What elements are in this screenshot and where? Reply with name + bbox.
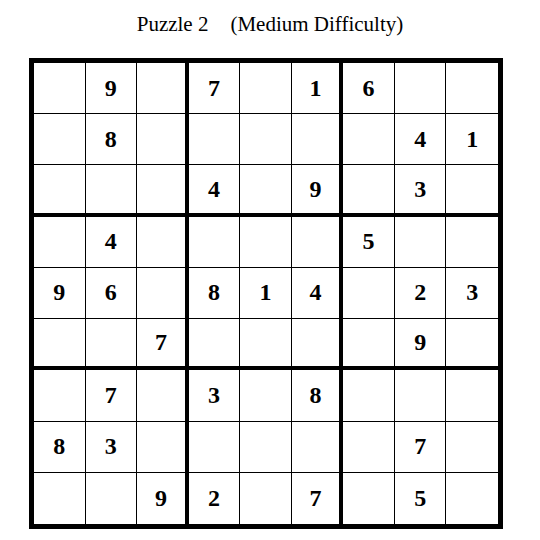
cell-r5c9[interactable]: 3 xyxy=(446,268,498,319)
cell-r1c3[interactable] xyxy=(137,63,189,114)
cell-r2c3[interactable] xyxy=(137,114,189,165)
cell-r6c8[interactable]: 9 xyxy=(395,319,447,370)
cell-r3c2[interactable] xyxy=(86,165,138,216)
cell-r2c8[interactable]: 4 xyxy=(395,114,447,165)
cell-r7c4[interactable]: 3 xyxy=(189,370,241,421)
cell-r6c6[interactable] xyxy=(292,319,344,370)
cell-r7c7[interactable] xyxy=(343,370,395,421)
cell-r8c5[interactable] xyxy=(240,422,292,473)
cell-r2c4[interactable] xyxy=(189,114,241,165)
cell-r6c2[interactable] xyxy=(86,319,138,370)
cell-r8c2[interactable]: 3 xyxy=(86,422,138,473)
cell-r6c3[interactable]: 7 xyxy=(137,319,189,370)
puzzle-number-label: Puzzle 2 xyxy=(137,12,209,36)
cell-r7c6[interactable]: 8 xyxy=(292,370,344,421)
cell-r9c9[interactable] xyxy=(446,473,498,524)
cell-r9c6[interactable]: 7 xyxy=(292,473,344,524)
cell-r8c1[interactable]: 8 xyxy=(34,422,86,473)
cell-r7c3[interactable] xyxy=(137,370,189,421)
cell-r3c7[interactable] xyxy=(343,165,395,216)
cell-r5c2[interactable]: 6 xyxy=(86,268,138,319)
cell-r8c4[interactable] xyxy=(189,422,241,473)
cell-r1c9[interactable] xyxy=(446,63,498,114)
cell-r9c1[interactable] xyxy=(34,473,86,524)
cell-r5c3[interactable] xyxy=(137,268,189,319)
cell-r5c1[interactable]: 9 xyxy=(34,268,86,319)
cell-r8c3[interactable] xyxy=(137,422,189,473)
cell-r7c9[interactable] xyxy=(446,370,498,421)
cell-r8c6[interactable] xyxy=(292,422,344,473)
cell-r4c6[interactable] xyxy=(292,217,344,268)
cell-r7c1[interactable] xyxy=(34,370,86,421)
cell-r4c9[interactable] xyxy=(446,217,498,268)
cell-r3c5[interactable] xyxy=(240,165,292,216)
cell-r9c5[interactable] xyxy=(240,473,292,524)
cell-r9c8[interactable]: 5 xyxy=(395,473,447,524)
cell-r2c9[interactable]: 1 xyxy=(446,114,498,165)
cell-r6c7[interactable] xyxy=(343,319,395,370)
cell-r9c2[interactable] xyxy=(86,473,138,524)
cell-r6c1[interactable] xyxy=(34,319,86,370)
cell-r2c7[interactable] xyxy=(343,114,395,165)
cell-r3c4[interactable]: 4 xyxy=(189,165,241,216)
cell-r3c8[interactable]: 3 xyxy=(395,165,447,216)
cell-r1c7[interactable]: 6 xyxy=(343,63,395,114)
cell-r1c1[interactable] xyxy=(34,63,86,114)
cell-r4c2[interactable]: 4 xyxy=(86,217,138,268)
cell-r2c5[interactable] xyxy=(240,114,292,165)
cell-r1c2[interactable]: 9 xyxy=(86,63,138,114)
cell-r3c9[interactable] xyxy=(446,165,498,216)
cell-r1c6[interactable]: 1 xyxy=(292,63,344,114)
cell-r8c8[interactable]: 7 xyxy=(395,422,447,473)
difficulty-label: (Medium Difficulty) xyxy=(230,12,403,36)
cell-r2c1[interactable] xyxy=(34,114,86,165)
cell-r3c6[interactable]: 9 xyxy=(292,165,344,216)
cell-r9c7[interactable] xyxy=(343,473,395,524)
cell-r5c5[interactable]: 1 xyxy=(240,268,292,319)
cell-r1c4[interactable]: 7 xyxy=(189,63,241,114)
page-title: Puzzle 2(Medium Difficulty) xyxy=(0,11,540,37)
sudoku-board: 9716841493459681423797388379275 xyxy=(29,58,503,529)
cell-r1c8[interactable] xyxy=(395,63,447,114)
cell-r7c2[interactable]: 7 xyxy=(86,370,138,421)
cell-r2c6[interactable] xyxy=(292,114,344,165)
cell-r8c7[interactable] xyxy=(343,422,395,473)
cell-r4c1[interactable] xyxy=(34,217,86,268)
cell-r9c4[interactable]: 2 xyxy=(189,473,241,524)
cell-r5c8[interactable]: 2 xyxy=(395,268,447,319)
cell-r4c7[interactable]: 5 xyxy=(343,217,395,268)
cell-r7c8[interactable] xyxy=(395,370,447,421)
cell-r5c6[interactable]: 4 xyxy=(292,268,344,319)
cell-r6c4[interactable] xyxy=(189,319,241,370)
cell-r9c3[interactable]: 9 xyxy=(137,473,189,524)
cell-r3c3[interactable] xyxy=(137,165,189,216)
cell-r4c5[interactable] xyxy=(240,217,292,268)
cell-r6c5[interactable] xyxy=(240,319,292,370)
cell-r5c7[interactable] xyxy=(343,268,395,319)
cell-r6c9[interactable] xyxy=(446,319,498,370)
cell-r7c5[interactable] xyxy=(240,370,292,421)
cell-r2c2[interactable]: 8 xyxy=(86,114,138,165)
cell-r4c8[interactable] xyxy=(395,217,447,268)
cell-r5c4[interactable]: 8 xyxy=(189,268,241,319)
cell-r4c3[interactable] xyxy=(137,217,189,268)
cell-r8c9[interactable] xyxy=(446,422,498,473)
cell-r3c1[interactable] xyxy=(34,165,86,216)
cell-r4c4[interactable] xyxy=(189,217,241,268)
cell-r1c5[interactable] xyxy=(240,63,292,114)
